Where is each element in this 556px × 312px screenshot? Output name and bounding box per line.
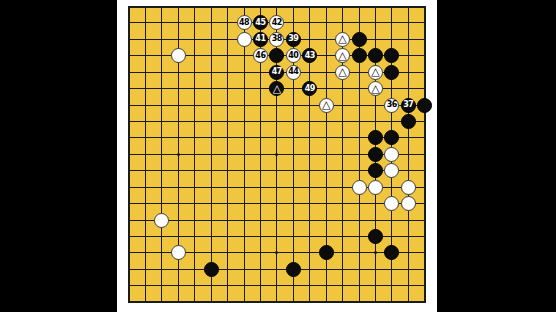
stone-black-c10-r6[interactable]: △ (269, 81, 284, 96)
stone-white-c4-r4[interactable] (171, 48, 186, 63)
stone-white-c17-r11[interactable] (384, 163, 399, 178)
stone-black-c11-r17[interactable] (286, 262, 301, 277)
stone-black-c17-r4[interactable] (384, 48, 399, 63)
move-number: 42 (272, 19, 282, 27)
grid-line-vertical (424, 6, 426, 304)
grid-line-horizontal (128, 301, 426, 303)
stone-black-c18-r8[interactable] (401, 114, 416, 129)
stone-white-c15-r12[interactable] (352, 180, 367, 195)
stone-black-c17-r9[interactable] (384, 130, 399, 145)
stone-white-c11-r5[interactable]: 44 (286, 65, 301, 80)
stone-black-c9-r3[interactable]: 41 (253, 32, 268, 47)
stone-black-c11-r3[interactable]: 39 (286, 32, 301, 47)
stone-white-c16-r5[interactable]: △ (368, 65, 383, 80)
star-point (177, 153, 180, 156)
stone-black-c16-r10[interactable] (368, 147, 383, 162)
stone-white-c4-r16[interactable] (171, 245, 186, 260)
go-board[interactable]: △△△△△△△3637383940414243444546474849 (129, 7, 425, 303)
grid-line-horizontal (128, 203, 426, 204)
stone-black-c6-r17[interactable] (204, 262, 219, 277)
move-number: 41 (255, 35, 265, 43)
stone-white-c14-r3[interactable]: △ (335, 32, 350, 47)
stone-white-c3-r14[interactable] (154, 213, 169, 228)
screenshot-root: { "game": "go", "board_size": 19, "moves… (0, 0, 556, 312)
stone-white-c14-r4[interactable]: △ (335, 48, 350, 63)
stone-black-c16-r11[interactable] (368, 163, 383, 178)
stone-white-c10-r2[interactable]: 42 (269, 15, 284, 30)
stone-black-c10-r5[interactable]: 47 (269, 65, 284, 80)
stone-white-c16-r12[interactable] (368, 180, 383, 195)
stone-black-c16-r9[interactable] (368, 130, 383, 145)
stone-black-c12-r6[interactable]: 49 (302, 81, 317, 96)
stone-white-c8-r3[interactable] (237, 32, 252, 47)
grid-line-horizontal (128, 220, 426, 221)
move-number: 39 (288, 35, 298, 43)
stone-white-c10-r3[interactable]: 38 (269, 32, 284, 47)
stone-black-c17-r5[interactable] (384, 65, 399, 80)
stone-white-c11-r4[interactable]: 40 (286, 48, 301, 63)
stone-black-c15-r3[interactable] (352, 32, 367, 47)
stone-white-c8-r2[interactable]: 48 (237, 15, 252, 30)
stone-white-c16-r6[interactable]: △ (368, 81, 383, 96)
move-number: 37 (403, 101, 413, 109)
move-number: 43 (305, 52, 315, 60)
stone-white-c18-r12[interactable] (401, 180, 416, 195)
triangle-mark: △ (338, 50, 346, 61)
star-point (275, 153, 278, 156)
move-number: 40 (288, 52, 298, 60)
move-number: 44 (288, 68, 298, 76)
grid-line-vertical (408, 6, 409, 304)
stone-black-c10-r4[interactable] (269, 48, 284, 63)
triangle-mark: △ (371, 66, 379, 77)
grid-line-horizontal (128, 285, 426, 286)
triangle-mark: △ (322, 99, 330, 110)
move-number: 38 (272, 35, 282, 43)
stone-white-c17-r13[interactable] (384, 196, 399, 211)
stone-black-c15-r4[interactable] (352, 48, 367, 63)
move-number: 36 (387, 101, 397, 109)
star-point (374, 251, 377, 254)
stone-white-c9-r4[interactable]: 46 (253, 48, 268, 63)
stone-white-c17-r10[interactable] (384, 147, 399, 162)
triangle-mark: △ (273, 83, 281, 94)
stone-black-c9-r2[interactable]: 45 (253, 15, 268, 30)
stone-black-c17-r16[interactable] (384, 245, 399, 260)
move-number: 45 (255, 19, 265, 27)
stone-black-c19-r7[interactable] (417, 98, 432, 113)
stone-white-c18-r13[interactable] (401, 196, 416, 211)
grid-line-horizontal (128, 269, 426, 270)
stone-white-c17-r7[interactable]: 36 (384, 98, 399, 113)
stone-white-c13-r7[interactable]: △ (319, 98, 334, 113)
stone-black-c16-r15[interactable] (368, 229, 383, 244)
stone-white-c14-r5[interactable]: △ (335, 65, 350, 80)
move-number: 46 (255, 52, 265, 60)
stone-black-c18-r7[interactable]: 37 (401, 98, 416, 113)
triangle-mark: △ (338, 66, 346, 77)
triangle-mark: △ (338, 33, 346, 44)
triangle-mark: △ (371, 83, 379, 94)
stone-black-c13-r16[interactable] (319, 245, 334, 260)
move-number: 47 (272, 68, 282, 76)
move-number: 48 (239, 19, 249, 27)
stone-black-c12-r4[interactable]: 43 (302, 48, 317, 63)
diagram-page: △△△△△△△3637383940414243444546474849 (117, 0, 437, 312)
stone-black-c16-r4[interactable] (368, 48, 383, 63)
move-number: 49 (305, 85, 315, 93)
